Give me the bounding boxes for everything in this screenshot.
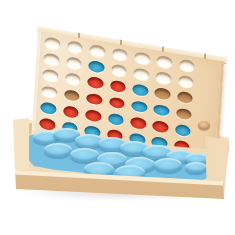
tray-blue-disc: [185, 162, 207, 173]
wooden-knob: [198, 121, 210, 130]
product-photo-connect-four: [0, 0, 235, 235]
tray-disc-pile: [0, 0, 235, 235]
tray-blue-disc: [44, 143, 72, 157]
tray-blue-disc: [154, 158, 182, 172]
tray-blue-disc: [70, 148, 99, 162]
